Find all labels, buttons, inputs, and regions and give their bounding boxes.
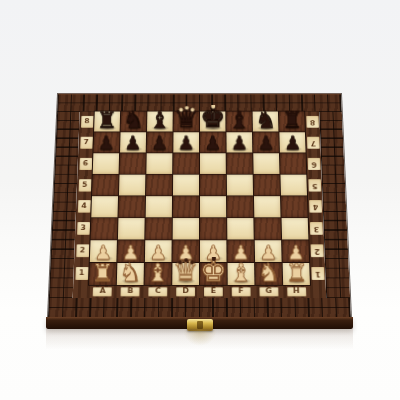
rank-label-1: 1 xyxy=(75,267,88,280)
square-e1[interactable]: ♚ xyxy=(200,263,227,285)
crown-tip-icon xyxy=(211,255,215,261)
square-f5[interactable] xyxy=(227,175,253,196)
board-frame-bottom xyxy=(48,298,351,318)
rank-label-6: 6 xyxy=(79,158,92,170)
clasp-reflection xyxy=(183,330,217,346)
square-h8[interactable]: ♜ xyxy=(279,111,305,131)
piece-black-rook-a8[interactable]: ♜ xyxy=(94,110,120,132)
square-a7[interactable]: ♟ xyxy=(93,132,119,152)
rank-label-8: 8 xyxy=(306,116,319,128)
square-a5[interactable] xyxy=(92,175,119,196)
square-b3[interactable] xyxy=(118,218,145,239)
piece-black-pawn-g7[interactable]: ♟ xyxy=(253,134,279,152)
rank-label-3: 3 xyxy=(77,222,90,235)
square-d6[interactable] xyxy=(173,153,199,174)
square-h6[interactable] xyxy=(280,153,306,174)
piece-white-queen-d1[interactable]: ♛ xyxy=(172,258,199,285)
square-a3[interactable] xyxy=(91,218,118,239)
file-label-f: F xyxy=(232,287,251,296)
rank-label-4: 4 xyxy=(77,200,90,213)
rank-label-5: 5 xyxy=(78,179,91,191)
piece-black-pawn-f7[interactable]: ♟ xyxy=(227,134,253,152)
square-b4[interactable] xyxy=(118,196,145,217)
square-d3[interactable] xyxy=(173,218,199,239)
piece-black-pawn-a7[interactable]: ♟ xyxy=(93,134,119,152)
piece-black-pawn-c7[interactable]: ♟ xyxy=(147,134,173,152)
square-c6[interactable] xyxy=(146,153,172,174)
square-c8[interactable]: ♝ xyxy=(147,111,173,131)
rank-label-7: 7 xyxy=(80,137,93,149)
rank-label-6: 6 xyxy=(307,158,320,170)
file-labels: ABCDEFGH xyxy=(89,285,311,298)
square-h4[interactable] xyxy=(281,196,308,217)
file-label-b: B xyxy=(121,287,140,296)
square-d1[interactable]: ♛ xyxy=(172,263,199,285)
square-e6[interactable] xyxy=(200,153,226,174)
square-d5[interactable] xyxy=(173,175,199,196)
square-f6[interactable] xyxy=(227,153,253,174)
square-b1[interactable]: ♞ xyxy=(117,263,144,285)
square-f1[interactable]: ♝ xyxy=(228,263,255,285)
piece-black-bishop-c8[interactable]: ♝ xyxy=(147,109,173,131)
file-label-h: H xyxy=(287,287,306,296)
piece-white-bishop-f1[interactable]: ♝ xyxy=(228,261,255,285)
square-d8[interactable]: ♛ xyxy=(174,111,200,131)
square-d4[interactable] xyxy=(173,196,199,217)
rank-label-1: 1 xyxy=(311,267,324,280)
rank-label-7: 7 xyxy=(306,137,319,149)
crown-tip-icon xyxy=(211,103,215,109)
piece-black-rook-h8[interactable]: ♜ xyxy=(279,110,305,132)
board-grid: ♜♞♝♛♚♝♞♜♟♟♟♟♟♟♟♟♟♟♟♟♟♟♟♟♜♞♝♛♚♝♞♜ xyxy=(89,111,310,284)
piece-black-pawn-d7[interactable]: ♟ xyxy=(173,134,199,152)
piece-white-bishop-c1[interactable]: ♝ xyxy=(145,261,172,285)
square-c4[interactable] xyxy=(146,196,172,217)
square-c3[interactable] xyxy=(145,218,172,239)
square-g8[interactable]: ♞ xyxy=(253,111,279,131)
piece-white-knight-g1[interactable]: ♞ xyxy=(255,261,282,285)
square-h5[interactable] xyxy=(280,175,307,196)
square-e4[interactable] xyxy=(200,196,226,217)
square-f7[interactable]: ♟ xyxy=(226,132,252,152)
square-a4[interactable] xyxy=(91,196,118,217)
square-e5[interactable] xyxy=(200,175,226,196)
square-g1[interactable]: ♞ xyxy=(255,263,282,285)
file-label-g: G xyxy=(259,287,278,296)
square-h3[interactable] xyxy=(282,218,309,239)
piece-black-pawn-b7[interactable]: ♟ xyxy=(120,134,146,152)
piece-white-rook-a1[interactable]: ♜ xyxy=(89,262,116,285)
square-a8[interactable]: ♜ xyxy=(94,111,120,131)
piece-black-king-e8[interactable]: ♚ xyxy=(200,104,226,131)
square-e3[interactable] xyxy=(200,218,226,239)
square-c7[interactable]: ♟ xyxy=(147,132,173,152)
square-g3[interactable] xyxy=(254,218,281,239)
file-label-c: C xyxy=(149,287,168,296)
rank-label-4: 4 xyxy=(309,200,322,213)
chess-board: 87654321 87654321 ABCDEFGH ♜♞♝♛♚♝♞♜♟♟♟♟♟… xyxy=(48,94,351,318)
square-g5[interactable] xyxy=(254,175,280,196)
square-e8[interactable]: ♚ xyxy=(200,111,226,131)
piece-white-king-e1[interactable]: ♚ xyxy=(200,257,227,285)
square-e7[interactable]: ♟ xyxy=(200,132,226,152)
square-b8[interactable]: ♞ xyxy=(121,111,147,131)
square-c1[interactable]: ♝ xyxy=(145,263,172,285)
photo-scene: 87654321 87654321 ABCDEFGH ♜♞♝♛♚♝♞♜♟♟♟♟♟… xyxy=(0,0,400,400)
piece-black-queen-d8[interactable]: ♛ xyxy=(174,105,200,131)
crown-tip-icon xyxy=(184,259,188,263)
square-a6[interactable] xyxy=(93,153,119,174)
square-g6[interactable] xyxy=(253,153,279,174)
square-h7[interactable]: ♟ xyxy=(279,132,305,152)
surface-reflection xyxy=(46,329,353,353)
file-label-d: D xyxy=(176,287,195,296)
square-f8[interactable]: ♝ xyxy=(226,111,252,131)
square-f3[interactable] xyxy=(227,218,254,239)
piece-black-pawn-e7[interactable]: ♟ xyxy=(200,134,226,152)
square-h1[interactable]: ♜ xyxy=(283,263,310,285)
piece-black-bishop-f8[interactable]: ♝ xyxy=(226,109,252,131)
file-label-e: E xyxy=(204,287,223,296)
square-b6[interactable] xyxy=(120,153,146,174)
box-front-edge xyxy=(46,317,353,329)
rank-label-3: 3 xyxy=(309,222,322,235)
square-d7[interactable]: ♟ xyxy=(173,132,199,152)
square-b5[interactable] xyxy=(119,175,145,196)
rank-label-2: 2 xyxy=(310,245,323,258)
crown-tip-icon xyxy=(184,106,188,110)
square-g4[interactable] xyxy=(254,196,281,217)
piece-black-pawn-h7[interactable]: ♟ xyxy=(280,134,306,152)
file-label-a: A xyxy=(93,287,112,296)
square-f4[interactable] xyxy=(227,196,253,217)
piece-black-knight-g8[interactable]: ♞ xyxy=(253,109,279,131)
square-g7[interactable]: ♟ xyxy=(253,132,279,152)
board-perspective: 87654321 87654321 ABCDEFGH ♜♞♝♛♚♝♞♜♟♟♟♟♟… xyxy=(48,96,351,318)
piece-black-knight-b8[interactable]: ♞ xyxy=(121,109,147,131)
piece-white-knight-b1[interactable]: ♞ xyxy=(117,261,144,285)
square-b7[interactable]: ♟ xyxy=(120,132,146,152)
rank-label-2: 2 xyxy=(76,245,89,258)
rank-label-5: 5 xyxy=(308,179,321,191)
rank-label-8: 8 xyxy=(81,116,94,128)
piece-white-rook-h1[interactable]: ♜ xyxy=(283,262,310,285)
square-a1[interactable]: ♜ xyxy=(89,263,116,285)
square-c5[interactable] xyxy=(146,175,172,196)
